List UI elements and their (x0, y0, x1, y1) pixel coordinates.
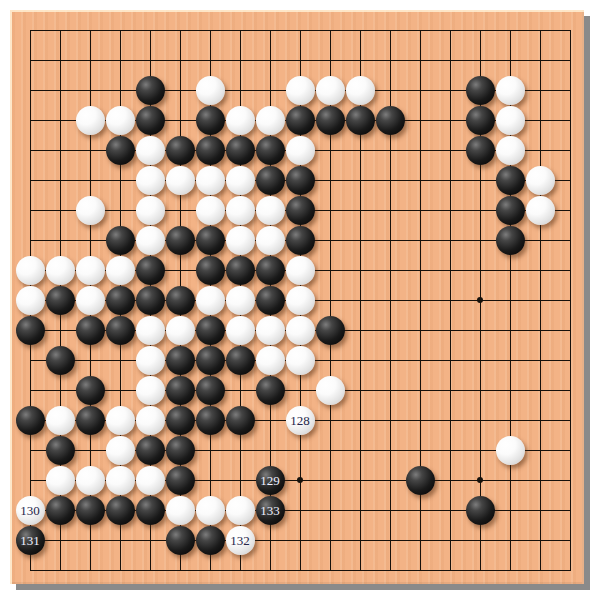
stone-black (376, 106, 405, 135)
star-point (297, 477, 303, 483)
stone-black (196, 376, 225, 405)
stone-black-move-133: 133 (256, 496, 285, 525)
stone-white (226, 286, 255, 315)
stone-black (496, 196, 525, 225)
stone-black (166, 436, 195, 465)
stone-white (196, 76, 225, 105)
stone-white (136, 466, 165, 495)
stone-black (136, 436, 165, 465)
stone-black (256, 286, 285, 315)
stone-black (406, 466, 435, 495)
stone-white (256, 316, 285, 345)
stone-black (196, 106, 225, 135)
stone-white (346, 76, 375, 105)
stone-white (256, 106, 285, 135)
stone-black (226, 346, 255, 375)
stone-white-move-128: 128 (286, 406, 315, 435)
move-number-label: 129 (260, 474, 280, 487)
stone-black (136, 286, 165, 315)
stone-white (106, 406, 135, 435)
stone-white (136, 166, 165, 195)
stone-white (496, 136, 525, 165)
stone-black (106, 286, 135, 315)
stone-black (166, 376, 195, 405)
stone-black (106, 136, 135, 165)
move-number-label: 131 (20, 534, 40, 547)
stone-white (136, 376, 165, 405)
stone-black (286, 196, 315, 225)
stone-black (466, 106, 495, 135)
stone-black (166, 466, 195, 495)
stone-black (286, 106, 315, 135)
stone-white (16, 256, 45, 285)
stone-black (166, 286, 195, 315)
stone-black (76, 316, 105, 345)
stone-white (226, 106, 255, 135)
stone-white (46, 466, 75, 495)
stone-white (166, 496, 195, 525)
stone-black (136, 256, 165, 285)
stone-black (226, 406, 255, 435)
stone-white (106, 436, 135, 465)
stone-white (226, 226, 255, 255)
stone-white (46, 256, 75, 285)
stone-black (226, 256, 255, 285)
stone-black (256, 256, 285, 285)
stone-black (256, 376, 285, 405)
stone-white (226, 166, 255, 195)
stone-white (286, 136, 315, 165)
stone-black (196, 406, 225, 435)
stone-white (76, 256, 105, 285)
stone-white (106, 466, 135, 495)
stone-black (46, 496, 75, 525)
stone-black (496, 166, 525, 195)
stone-black (196, 346, 225, 375)
stone-white (196, 196, 225, 225)
stone-black (106, 316, 135, 345)
stone-white (286, 286, 315, 315)
stone-black (166, 346, 195, 375)
stone-white (316, 76, 345, 105)
stone-white (46, 406, 75, 435)
stone-black (106, 496, 135, 525)
stone-black (286, 226, 315, 255)
stone-white (256, 346, 285, 375)
stone-black-move-129: 129 (256, 466, 285, 495)
stone-white (226, 196, 255, 225)
stone-white (16, 286, 45, 315)
star-point (477, 477, 483, 483)
stone-black (136, 106, 165, 135)
stone-black (76, 496, 105, 525)
stone-black (466, 76, 495, 105)
stone-white (136, 136, 165, 165)
stone-white (106, 256, 135, 285)
stone-black (316, 106, 345, 135)
stone-white-move-132: 132 (226, 526, 255, 555)
stone-white (76, 466, 105, 495)
stone-black (256, 136, 285, 165)
stone-black (46, 436, 75, 465)
stone-white (196, 166, 225, 195)
stone-black (256, 166, 285, 195)
stone-white (286, 346, 315, 375)
stone-white (136, 406, 165, 435)
go-board[interactable]: 128129130133131132 (10, 10, 584, 584)
stone-black (136, 76, 165, 105)
stone-white (166, 166, 195, 195)
stone-white (106, 106, 135, 135)
move-number-label: 128 (290, 414, 310, 427)
move-number-label: 130 (20, 504, 40, 517)
stone-black (106, 226, 135, 255)
stone-white (256, 226, 285, 255)
stone-black (166, 226, 195, 255)
stone-white (256, 196, 285, 225)
stone-black (166, 136, 195, 165)
stone-black (166, 526, 195, 555)
stone-black (196, 136, 225, 165)
stone-black (496, 226, 525, 255)
stone-white (496, 76, 525, 105)
stone-black (76, 376, 105, 405)
stone-black (286, 166, 315, 195)
stone-white (286, 76, 315, 105)
stone-white (316, 376, 345, 405)
stone-white (226, 496, 255, 525)
stone-black (226, 136, 255, 165)
stone-white (136, 196, 165, 225)
stone-black (136, 496, 165, 525)
stone-black-move-131: 131 (16, 526, 45, 555)
stone-black (46, 346, 75, 375)
stone-black (196, 526, 225, 555)
stone-black (196, 226, 225, 255)
stone-white-move-130: 130 (16, 496, 45, 525)
stone-white (226, 316, 255, 345)
page-background: { "game": "Go (19x19 board, game record … (0, 0, 600, 600)
stone-black (16, 406, 45, 435)
stone-black (316, 316, 345, 345)
stone-white (136, 316, 165, 345)
stone-white (496, 436, 525, 465)
stone-white (76, 106, 105, 135)
stone-white (76, 286, 105, 315)
stone-black (466, 136, 495, 165)
stone-black (346, 106, 375, 135)
stone-black (196, 256, 225, 285)
stone-black (76, 406, 105, 435)
stone-white (76, 196, 105, 225)
stone-black (16, 316, 45, 345)
stone-white (496, 106, 525, 135)
stone-white (286, 256, 315, 285)
stone-white (196, 286, 225, 315)
stone-black (166, 406, 195, 435)
stone-white (196, 496, 225, 525)
stone-white (166, 316, 195, 345)
stone-white (136, 346, 165, 375)
move-number-label: 132 (230, 534, 250, 547)
stone-black (466, 496, 495, 525)
stone-white (286, 316, 315, 345)
stone-white (136, 226, 165, 255)
stone-white (526, 166, 555, 195)
stone-black (196, 316, 225, 345)
stone-white (526, 196, 555, 225)
star-point (477, 297, 483, 303)
move-number-label: 133 (260, 504, 280, 517)
stone-black (46, 286, 75, 315)
